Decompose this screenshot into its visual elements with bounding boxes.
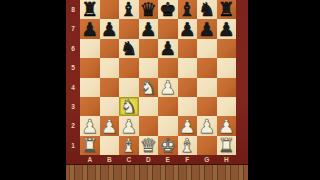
square-e4[interactable]: ♟ <box>158 78 178 97</box>
black-pawn[interactable]: ♟ <box>197 19 217 40</box>
square-d7[interactable]: ♟ <box>139 19 159 38</box>
rank-label-7: 7 <box>66 19 80 38</box>
square-h6[interactable] <box>217 39 237 58</box>
square-f4[interactable] <box>178 78 198 97</box>
white-bishop[interactable]: ♝ <box>178 135 198 156</box>
square-g6[interactable] <box>197 39 217 58</box>
square-b5[interactable] <box>100 58 120 77</box>
square-h8[interactable]: ♜ <box>217 0 237 19</box>
black-pawn[interactable]: ♟ <box>139 19 159 40</box>
square-b7[interactable]: ♟ <box>100 19 120 38</box>
square-a7[interactable]: ♟ <box>80 19 100 38</box>
square-g8[interactable]: ♞ <box>197 0 217 19</box>
square-a2[interactable]: ♟ <box>80 116 100 135</box>
white-queen[interactable]: ♛ <box>139 135 159 156</box>
white-king[interactable]: ♚ <box>158 135 178 156</box>
file-label-f: F <box>178 155 198 164</box>
square-d4[interactable]: ♞ <box>139 78 159 97</box>
square-e5[interactable] <box>158 58 178 77</box>
square-f5[interactable] <box>178 58 198 77</box>
file-label-c: C <box>119 155 139 164</box>
square-c6[interactable]: ♞ <box>119 39 139 58</box>
square-f2[interactable]: ♟ <box>178 116 198 135</box>
file-label-a: A <box>80 155 100 164</box>
file-label-b: B <box>100 155 120 164</box>
square-b6[interactable] <box>100 39 120 58</box>
square-d1[interactable]: ♛ <box>139 136 159 155</box>
square-b4[interactable] <box>100 78 120 97</box>
rank-label-1: 1 <box>66 136 80 155</box>
black-pawn[interactable]: ♟ <box>80 19 100 40</box>
black-pawn[interactable]: ♟ <box>217 19 237 40</box>
square-a1[interactable]: ♜ <box>80 136 100 155</box>
square-b8[interactable] <box>100 0 120 19</box>
white-pawn[interactable]: ♟ <box>100 116 120 137</box>
file-label-h: H <box>217 155 237 164</box>
square-g7[interactable]: ♟ <box>197 19 217 38</box>
square-h1[interactable]: ♜ <box>217 136 237 155</box>
rank-label-6: 6 <box>66 39 80 58</box>
rank-label-4: 4 <box>66 78 80 97</box>
rank-labels: 87654321 <box>66 0 80 155</box>
square-d3[interactable] <box>139 97 159 116</box>
square-a6[interactable] <box>80 39 100 58</box>
game-area: 87654321 ♜♝♛♚♝♞♜♟♟♟♟♟♟♞♟♞♟♞♟♟♟♟♟♟♜♝♛♚♝♜ … <box>66 0 248 180</box>
square-g4[interactable] <box>197 78 217 97</box>
black-pawn[interactable]: ♟ <box>178 19 198 40</box>
square-f8[interactable]: ♝ <box>178 0 198 19</box>
square-g2[interactable]: ♟ <box>197 116 217 135</box>
white-pawn[interactable]: ♟ <box>158 77 178 98</box>
white-knight[interactable]: ♞ <box>139 77 159 98</box>
square-d6[interactable] <box>139 39 159 58</box>
rank-label-3: 3 <box>66 97 80 116</box>
screen: 87654321 ♜♝♛♚♝♞♜♟♟♟♟♟♟♞♟♞♟♞♟♟♟♟♟♟♜♝♛♚♝♜ … <box>0 0 320 180</box>
square-e6[interactable]: ♟ <box>158 39 178 58</box>
black-pawn[interactable]: ♟ <box>100 19 120 40</box>
square-e8[interactable]: ♚ <box>158 0 178 19</box>
letterbox-left <box>0 0 66 180</box>
square-d8[interactable]: ♛ <box>139 0 159 19</box>
square-g5[interactable] <box>197 58 217 77</box>
square-d2[interactable] <box>139 116 159 135</box>
square-h7[interactable]: ♟ <box>217 19 237 38</box>
file-labels: ABCDEFGH <box>80 155 236 164</box>
board-frame: 87654321 ♜♝♛♚♝♞♜♟♟♟♟♟♟♞♟♞♟♞♟♟♟♟♟♟♜♝♛♚♝♜ … <box>66 0 248 164</box>
square-b1[interactable] <box>100 136 120 155</box>
square-a8[interactable]: ♜ <box>80 0 100 19</box>
square-e7[interactable] <box>158 19 178 38</box>
file-label-g: G <box>197 155 217 164</box>
square-e3[interactable] <box>158 97 178 116</box>
square-c5[interactable] <box>119 58 139 77</box>
square-f7[interactable]: ♟ <box>178 19 198 38</box>
rank-label-2: 2 <box>66 116 80 135</box>
rank-label-8: 8 <box>66 0 80 19</box>
square-f1[interactable]: ♝ <box>178 136 198 155</box>
black-knight[interactable]: ♞ <box>119 38 139 59</box>
square-g1[interactable] <box>197 136 217 155</box>
square-f3[interactable] <box>178 97 198 116</box>
square-g3[interactable] <box>197 97 217 116</box>
square-h4[interactable] <box>217 78 237 97</box>
white-bishop[interactable]: ♝ <box>119 135 139 156</box>
square-a3[interactable] <box>80 97 100 116</box>
square-f6[interactable] <box>178 39 198 58</box>
square-c7[interactable] <box>119 19 139 38</box>
square-d5[interactable] <box>139 58 159 77</box>
rank-label-5: 5 <box>66 58 80 77</box>
letterbox-right <box>248 0 320 180</box>
square-c4[interactable] <box>119 78 139 97</box>
square-h5[interactable] <box>217 58 237 77</box>
chess-board[interactable]: ♜♝♛♚♝♞♜♟♟♟♟♟♟♞♟♞♟♞♟♟♟♟♟♟♜♝♛♚♝♜ <box>80 0 236 155</box>
black-pawn[interactable]: ♟ <box>158 38 178 59</box>
black-bishop[interactable]: ♝ <box>119 0 139 20</box>
black-king[interactable]: ♚ <box>158 0 178 20</box>
square-c1[interactable]: ♝ <box>119 136 139 155</box>
square-h3[interactable] <box>217 97 237 116</box>
square-c8[interactable]: ♝ <box>119 0 139 19</box>
square-c3[interactable]: ♞ <box>119 97 139 116</box>
square-h2[interactable]: ♟ <box>217 116 237 135</box>
square-c2[interactable]: ♟ <box>119 116 139 135</box>
square-e1[interactable]: ♚ <box>158 136 178 155</box>
square-a5[interactable] <box>80 58 100 77</box>
square-e2[interactable] <box>158 116 178 135</box>
white-pawn[interactable]: ♟ <box>197 116 217 137</box>
square-a4[interactable] <box>80 78 100 97</box>
white-rook[interactable]: ♜ <box>217 135 237 156</box>
file-label-d: D <box>139 155 159 164</box>
white-rook[interactable]: ♜ <box>80 135 100 156</box>
square-b3[interactable] <box>100 97 120 116</box>
file-label-e: E <box>158 155 178 164</box>
square-b2[interactable]: ♟ <box>100 116 120 135</box>
